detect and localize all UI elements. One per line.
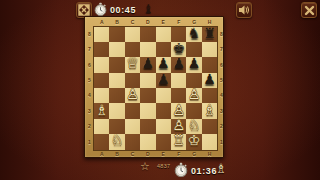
piece-white-bishop-h3[interactable]: ♗ (202, 103, 217, 118)
square-d4[interactable] (140, 88, 155, 103)
star-icon[interactable]: ☆ (140, 161, 150, 172)
game-window: 00:45 ♝ AABBCCDDEEFFGGHH8877665544332211… (0, 0, 320, 180)
file-label-bottom-a: A (94, 152, 109, 157)
piece-black-pawn-h5[interactable]: ♟ (202, 72, 217, 87)
square-e8[interactable] (156, 27, 171, 42)
file-label-bottom-f: F (171, 152, 186, 157)
rank-label-right-2: 2 (219, 124, 225, 129)
square-a8[interactable] (94, 27, 109, 42)
close-icon (304, 5, 315, 16)
piece-white-pawn-c4[interactable]: ♙ (125, 87, 140, 102)
square-a1[interactable] (94, 134, 109, 149)
square-b4[interactable] (109, 88, 124, 103)
file-label-top-d: D (140, 20, 155, 25)
file-label-top-c: C (125, 20, 140, 25)
piece-white-bishop-a3[interactable]: ♗ (94, 103, 109, 118)
sound-button[interactable] (236, 2, 252, 18)
file-label-bottom-g: G (186, 152, 201, 157)
piece-black-pawn-e6[interactable]: ♟ (156, 56, 171, 71)
file-label-bottom-c: C (125, 152, 140, 157)
file-label-top-b: B (109, 20, 124, 25)
square-a7[interactable] (94, 42, 109, 57)
piece-black-pawn-g6[interactable]: ♟ (186, 56, 201, 71)
square-a6[interactable] (94, 57, 109, 72)
piece-black-pawn-d6[interactable]: ♟ (140, 56, 155, 71)
speaker-icon (238, 4, 250, 16)
piece-black-king-f7[interactable]: ♚ (171, 41, 186, 56)
square-e1[interactable] (156, 134, 171, 149)
piece-black-pawn-e5[interactable]: ♟ (156, 72, 171, 87)
square-d1[interactable] (140, 134, 155, 149)
black-piece-icon: ♝ (143, 3, 154, 15)
file-label-top-f: F (171, 20, 186, 25)
piece-black-knight-g8[interactable]: ♞ (186, 26, 201, 41)
chess-board: AABBCCDDEEFFGGHH8877665544332211 ♞♜♚♕♟♟♟… (84, 16, 224, 158)
square-c8[interactable] (125, 27, 140, 42)
piece-white-knight-g2[interactable]: ♘ (186, 118, 201, 133)
black-timer: 00:45 (110, 5, 136, 15)
piece-white-pawn-f2[interactable]: ♙ (171, 118, 186, 133)
file-label-top-g: G (186, 20, 201, 25)
stopwatch-icon-bottom (173, 162, 189, 178)
square-a5[interactable] (94, 73, 109, 88)
square-c1[interactable] (125, 134, 140, 149)
square-b8[interactable] (109, 27, 124, 42)
rank-label-right-1: 1 (219, 140, 225, 145)
piece-black-rook-h8[interactable]: ♜ (202, 26, 217, 41)
rank-label-right-4: 4 (219, 93, 225, 98)
fullscreen-icon (78, 4, 90, 16)
rank-label-left-6: 6 (87, 63, 93, 68)
square-h1[interactable] (202, 134, 217, 149)
square-b7[interactable] (109, 42, 124, 57)
square-a2[interactable] (94, 119, 109, 134)
square-e2[interactable] (156, 119, 171, 134)
rank-label-left-4: 4 (87, 93, 93, 98)
piece-white-knight-b1[interactable]: ♘ (109, 133, 124, 148)
rank-label-left-8: 8 (87, 32, 93, 37)
piece-black-pawn-f6[interactable]: ♟ (171, 56, 186, 71)
square-d2[interactable] (140, 119, 155, 134)
stopwatch-icon (93, 2, 108, 17)
square-d8[interactable] (140, 27, 155, 42)
square-d5[interactable] (140, 73, 155, 88)
rank-label-right-8: 8 (219, 32, 225, 37)
piece-white-pawn-g4[interactable]: ♙ (186, 87, 201, 102)
rating-value: 4837 (157, 163, 170, 169)
file-label-top-a: A (94, 20, 109, 25)
square-b5[interactable] (109, 73, 124, 88)
white-timer: 01:36 (191, 166, 217, 176)
file-label-bottom-d: D (140, 152, 155, 157)
square-f5[interactable] (171, 73, 186, 88)
piece-white-king-g1[interactable]: ♔ (186, 133, 201, 148)
white-piece-icon: ♗ (215, 162, 227, 175)
rank-label-right-7: 7 (219, 47, 225, 52)
file-label-top-h: H (202, 20, 217, 25)
file-label-bottom-h: H (202, 152, 217, 157)
piece-white-rook-f1[interactable]: ♖ (171, 133, 186, 148)
square-b6[interactable] (109, 57, 124, 72)
piece-white-pawn-f3[interactable]: ♙ (171, 103, 186, 118)
square-c3[interactable] (125, 103, 140, 118)
square-d3[interactable] (140, 103, 155, 118)
rank-label-left-5: 5 (87, 78, 93, 83)
rank-label-right-3: 3 (219, 109, 225, 114)
square-h7[interactable] (202, 42, 217, 57)
square-e3[interactable] (156, 103, 171, 118)
square-h2[interactable] (202, 119, 217, 134)
piece-white-queen-c6[interactable]: ♕ (125, 56, 140, 71)
file-label-top-e: E (156, 20, 171, 25)
close-button[interactable] (301, 2, 317, 18)
rank-label-left-7: 7 (87, 47, 93, 52)
file-label-bottom-b: B (109, 152, 124, 157)
square-b3[interactable] (109, 103, 124, 118)
rank-label-left-3: 3 (87, 109, 93, 114)
rank-label-right-6: 6 (219, 63, 225, 68)
file-label-bottom-e: E (156, 152, 171, 157)
rank-label-right-5: 5 (219, 78, 225, 83)
rank-label-left-2: 2 (87, 124, 93, 129)
rank-label-left-1: 1 (87, 140, 93, 145)
square-c2[interactable] (125, 119, 140, 134)
square-e4[interactable] (156, 88, 171, 103)
